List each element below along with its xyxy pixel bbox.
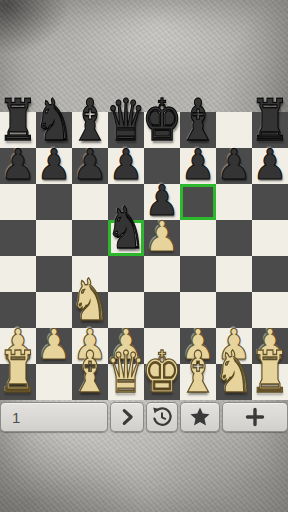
piece-white-pawn: ♟ bbox=[145, 215, 180, 257]
piece-black-bishop: ♝ bbox=[178, 91, 218, 149]
square-g2[interactable]: ♟ bbox=[216, 328, 252, 364]
square-h8[interactable]: ♜ bbox=[252, 112, 288, 148]
square-f6[interactable] bbox=[180, 184, 216, 220]
square-g5[interactable] bbox=[216, 220, 252, 256]
piece-black-pawn: ♟ bbox=[37, 143, 72, 185]
square-e1[interactable]: ♚ bbox=[144, 364, 180, 400]
piece-black-pawn: ♟ bbox=[217, 143, 252, 185]
square-h5[interactable] bbox=[252, 220, 288, 256]
square-b4[interactable] bbox=[36, 256, 72, 292]
square-b6[interactable] bbox=[36, 184, 72, 220]
square-a6[interactable] bbox=[0, 184, 36, 220]
square-f4[interactable] bbox=[180, 256, 216, 292]
piece-white-pawn: ♟ bbox=[217, 323, 252, 365]
square-c3[interactable]: ♞ bbox=[72, 292, 108, 328]
bottom-toolbar: 1 bbox=[0, 402, 288, 432]
square-d8[interactable]: ♛ bbox=[108, 112, 144, 148]
square-h3[interactable] bbox=[252, 292, 288, 328]
square-h2[interactable]: ♟ bbox=[252, 328, 288, 364]
square-f1[interactable]: ♝ bbox=[180, 364, 216, 400]
square-e7[interactable] bbox=[144, 148, 180, 184]
piece-black-queen: ♛ bbox=[106, 91, 146, 149]
square-e3[interactable] bbox=[144, 292, 180, 328]
piece-white-pawn: ♟ bbox=[253, 323, 288, 365]
plus-icon bbox=[243, 405, 267, 429]
square-a3[interactable] bbox=[0, 292, 36, 328]
piece-black-bishop: ♝ bbox=[70, 91, 110, 149]
square-a2[interactable]: ♟ bbox=[0, 328, 36, 364]
square-b1[interactable] bbox=[36, 364, 72, 400]
history-button[interactable] bbox=[146, 402, 178, 432]
piece-black-pawn: ♟ bbox=[145, 179, 180, 221]
square-g8[interactable] bbox=[216, 112, 252, 148]
square-b3[interactable] bbox=[36, 292, 72, 328]
square-e5[interactable]: ♟ bbox=[144, 220, 180, 256]
square-d3[interactable] bbox=[108, 292, 144, 328]
square-g3[interactable] bbox=[216, 292, 252, 328]
square-h1[interactable]: ♜ bbox=[252, 364, 288, 400]
chevron-right-icon bbox=[116, 406, 138, 428]
move-counter-field[interactable]: 1 bbox=[0, 402, 108, 432]
square-d7[interactable]: ♟ bbox=[108, 148, 144, 184]
square-d1[interactable]: ♛ bbox=[108, 364, 144, 400]
square-a5[interactable] bbox=[0, 220, 36, 256]
piece-white-pawn: ♟ bbox=[1, 323, 36, 365]
square-g6[interactable] bbox=[216, 184, 252, 220]
piece-black-rook: ♜ bbox=[0, 91, 38, 149]
square-h6[interactable] bbox=[252, 184, 288, 220]
square-b5[interactable] bbox=[36, 220, 72, 256]
square-h4[interactable] bbox=[252, 256, 288, 292]
chess-board: ♜♞♝♛♚♝♜♟♟♟♟♟♟♟♟♞♟♞♟♟♟♟♟♟♟♜♝♛♚♝♞♜ bbox=[0, 112, 288, 400]
piece-black-knight: ♞ bbox=[34, 91, 74, 149]
square-d4[interactable] bbox=[108, 256, 144, 292]
square-a7[interactable]: ♟ bbox=[0, 148, 36, 184]
piece-black-rook: ♜ bbox=[250, 91, 288, 149]
square-b2[interactable]: ♟ bbox=[36, 328, 72, 364]
forward-button[interactable] bbox=[110, 402, 144, 432]
square-c6[interactable] bbox=[72, 184, 108, 220]
square-f7[interactable]: ♟ bbox=[180, 148, 216, 184]
square-h7[interactable]: ♟ bbox=[252, 148, 288, 184]
square-g4[interactable] bbox=[216, 256, 252, 292]
star-icon bbox=[188, 405, 212, 429]
square-g7[interactable]: ♟ bbox=[216, 148, 252, 184]
square-e2[interactable] bbox=[144, 328, 180, 364]
square-c7[interactable]: ♟ bbox=[72, 148, 108, 184]
square-f8[interactable]: ♝ bbox=[180, 112, 216, 148]
square-d6[interactable] bbox=[108, 184, 144, 220]
square-b7[interactable]: ♟ bbox=[36, 148, 72, 184]
history-clock-icon bbox=[150, 405, 174, 429]
piece-black-king: ♚ bbox=[142, 91, 182, 149]
square-e8[interactable]: ♚ bbox=[144, 112, 180, 148]
square-c1[interactable]: ♝ bbox=[72, 364, 108, 400]
piece-white-pawn: ♟ bbox=[181, 323, 216, 365]
piece-black-pawn: ♟ bbox=[73, 143, 108, 185]
square-c8[interactable]: ♝ bbox=[72, 112, 108, 148]
square-d5[interactable]: ♞ bbox=[108, 220, 144, 256]
piece-black-pawn: ♟ bbox=[109, 143, 144, 185]
square-a4[interactable] bbox=[0, 256, 36, 292]
square-e4[interactable] bbox=[144, 256, 180, 292]
square-g1[interactable]: ♞ bbox=[216, 364, 252, 400]
square-f5[interactable] bbox=[180, 220, 216, 256]
piece-white-pawn: ♟ bbox=[73, 323, 108, 365]
square-a1[interactable]: ♜ bbox=[0, 364, 36, 400]
new-game-button[interactable] bbox=[222, 402, 288, 432]
square-f2[interactable]: ♟ bbox=[180, 328, 216, 364]
square-d2[interactable]: ♟ bbox=[108, 328, 144, 364]
piece-black-pawn: ♟ bbox=[253, 143, 288, 185]
piece-white-pawn: ♟ bbox=[109, 323, 144, 365]
square-c4[interactable] bbox=[72, 256, 108, 292]
chess-app: ♜♞♝♛♚♝♜♟♟♟♟♟♟♟♟♞♟♞♟♟♟♟♟♟♟♜♝♛♚♝♞♜ 1 bbox=[0, 0, 288, 512]
square-b8[interactable]: ♞ bbox=[36, 112, 72, 148]
square-a8[interactable]: ♜ bbox=[0, 112, 36, 148]
square-c2[interactable]: ♟ bbox=[72, 328, 108, 364]
square-f3[interactable] bbox=[180, 292, 216, 328]
move-counter-label: 1 bbox=[12, 409, 20, 426]
square-c5[interactable] bbox=[72, 220, 108, 256]
piece-black-pawn: ♟ bbox=[1, 143, 36, 185]
piece-black-pawn: ♟ bbox=[181, 143, 216, 185]
favorite-button[interactable] bbox=[180, 402, 220, 432]
piece-white-pawn: ♟ bbox=[37, 323, 72, 365]
square-e6[interactable]: ♟ bbox=[144, 184, 180, 220]
